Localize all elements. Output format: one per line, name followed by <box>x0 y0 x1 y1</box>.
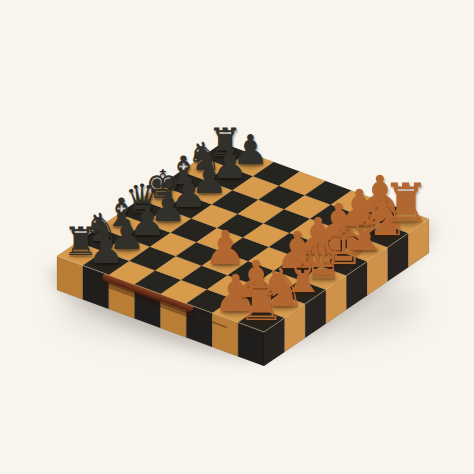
piece-white-rook-h1: ♜ <box>382 177 430 230</box>
piece-black-pawn-h7: ♟ <box>232 130 269 171</box>
product-photo-chess-set: ♜♞♝♛♚♝♞♜♟♟♟♟♟♟♟♟♟♟♟♟♟♟♟♟♜♞♝♛♚♝♞♜ <box>0 0 474 474</box>
